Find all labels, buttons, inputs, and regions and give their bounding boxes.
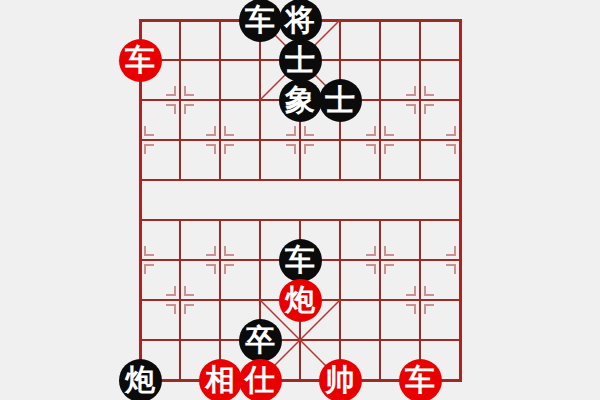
piece-red-cannon[interactable]: 炮: [279, 279, 322, 322]
piece-red-chariot[interactable]: 车: [399, 359, 442, 400]
piece-grid: 车将车士象士车炮卒炮相仕帅车: [120, 0, 480, 400]
piece-black-chariot[interactable]: 车: [239, 0, 282, 42]
piece-black-chariot[interactable]: 车: [279, 239, 322, 282]
piece-red-elephant[interactable]: 相: [199, 359, 242, 400]
piece-black-pawn[interactable]: 卒: [239, 319, 282, 362]
piece-red-advisor[interactable]: 仕: [239, 359, 282, 400]
piece-red-general[interactable]: 帅: [319, 359, 362, 400]
app-background: 车将车士象士车炮卒炮相仕帅车: [0, 0, 600, 400]
piece-black-advisor[interactable]: 士: [279, 39, 322, 82]
piece-black-general[interactable]: 将: [279, 0, 322, 42]
piece-black-elephant[interactable]: 象: [279, 79, 322, 122]
piece-black-advisor[interactable]: 士: [319, 79, 362, 122]
xiangqi-board: 车将车士象士车炮卒炮相仕帅车: [120, 0, 480, 400]
piece-red-chariot[interactable]: 车: [119, 39, 162, 82]
piece-black-cannon[interactable]: 炮: [119, 359, 162, 400]
